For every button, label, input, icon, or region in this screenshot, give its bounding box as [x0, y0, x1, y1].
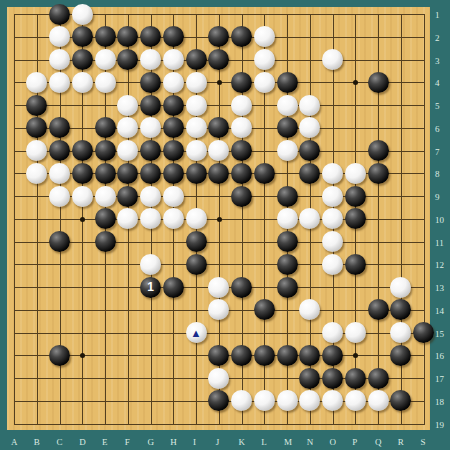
black-stone[interactable] — [140, 95, 161, 116]
white-stone[interactable] — [72, 4, 93, 25]
black-stone[interactable] — [345, 208, 366, 229]
white-stone[interactable] — [322, 186, 343, 207]
white-stone[interactable] — [186, 208, 207, 229]
star-point — [80, 217, 85, 222]
black-stone[interactable] — [277, 345, 298, 366]
row-label: 8 — [435, 169, 440, 179]
white-stone[interactable] — [254, 26, 275, 47]
black-stone[interactable] — [186, 49, 207, 70]
black-stone[interactable] — [254, 163, 275, 184]
black-stone[interactable] — [345, 254, 366, 275]
white-stone[interactable] — [322, 231, 343, 252]
white-stone[interactable] — [163, 49, 184, 70]
row-label: 6 — [435, 124, 440, 134]
white-stone[interactable] — [322, 254, 343, 275]
white-stone[interactable] — [26, 163, 47, 184]
black-stone[interactable] — [254, 299, 275, 320]
black-stone[interactable] — [163, 26, 184, 47]
row-label: 15 — [435, 329, 444, 339]
white-stone[interactable] — [368, 390, 389, 411]
black-stone[interactable] — [72, 26, 93, 47]
white-stone[interactable] — [163, 208, 184, 229]
black-stone[interactable] — [163, 140, 184, 161]
black-stone[interactable] — [231, 277, 252, 298]
white-stone[interactable] — [186, 140, 207, 161]
column-label: Q — [375, 437, 382, 447]
column-label: K — [239, 437, 246, 447]
column-label: L — [261, 437, 267, 447]
white-stone[interactable] — [163, 186, 184, 207]
black-stone[interactable] — [390, 345, 411, 366]
black-stone[interactable] — [368, 72, 389, 93]
white-stone[interactable] — [277, 95, 298, 116]
grid-line-horizontal — [14, 424, 425, 425]
black-stone[interactable] — [322, 368, 343, 389]
black-stone[interactable] — [277, 72, 298, 93]
black-stone[interactable] — [163, 277, 184, 298]
black-stone[interactable] — [208, 345, 229, 366]
row-label: 12 — [435, 260, 444, 270]
row-label: 4 — [435, 78, 440, 88]
white-stone[interactable] — [140, 186, 161, 207]
white-stone[interactable] — [95, 186, 116, 207]
star-point — [217, 80, 222, 85]
white-stone[interactable] — [49, 186, 70, 207]
white-stone[interactable] — [299, 95, 320, 116]
black-stone[interactable] — [208, 163, 229, 184]
column-label: G — [148, 437, 155, 447]
row-label: 9 — [435, 192, 440, 202]
black-stone[interactable] — [186, 254, 207, 275]
black-stone[interactable] — [26, 95, 47, 116]
white-stone[interactable] — [26, 72, 47, 93]
column-label: I — [193, 437, 196, 447]
white-stone[interactable] — [140, 254, 161, 275]
triangle-marker-icon: ▲ — [186, 322, 207, 343]
black-stone[interactable] — [277, 277, 298, 298]
column-label: C — [57, 437, 63, 447]
row-label: 5 — [435, 101, 440, 111]
white-stone[interactable] — [95, 49, 116, 70]
black-stone[interactable] — [95, 231, 116, 252]
column-label: A — [11, 437, 18, 447]
black-stone[interactable] — [368, 140, 389, 161]
row-label: 11 — [435, 238, 444, 248]
go-app-window: 1▲ABCDEFGHIJKLMNOPQRS1234567891011121314… — [0, 0, 450, 450]
move-number-label: 1 — [140, 277, 161, 298]
white-stone[interactable] — [208, 368, 229, 389]
black-stone[interactable] — [299, 345, 320, 366]
white-stone[interactable] — [72, 186, 93, 207]
row-label: 19 — [435, 420, 444, 430]
black-stone[interactable] — [322, 345, 343, 366]
row-label: 7 — [435, 147, 440, 157]
white-stone[interactable] — [72, 72, 93, 93]
column-label: N — [307, 437, 314, 447]
column-label: P — [352, 437, 357, 447]
black-stone[interactable] — [163, 95, 184, 116]
black-stone[interactable] — [345, 186, 366, 207]
black-stone[interactable] — [413, 322, 434, 343]
black-stone[interactable] — [368, 299, 389, 320]
column-label: D — [79, 437, 86, 447]
black-stone[interactable] — [117, 186, 138, 207]
black-stone[interactable] — [95, 26, 116, 47]
black-stone[interactable] — [368, 163, 389, 184]
black-stone[interactable] — [72, 163, 93, 184]
white-stone[interactable] — [186, 117, 207, 138]
column-label: E — [102, 437, 108, 447]
black-stone[interactable] — [299, 163, 320, 184]
row-label: 16 — [435, 351, 444, 361]
black-stone[interactable] — [186, 231, 207, 252]
black-stone[interactable] — [49, 140, 70, 161]
column-label: M — [284, 437, 292, 447]
white-stone[interactable] — [254, 390, 275, 411]
white-stone[interactable] — [345, 390, 366, 411]
white-stone[interactable] — [277, 390, 298, 411]
row-label: 2 — [435, 33, 440, 43]
black-stone[interactable] — [95, 208, 116, 229]
black-stone[interactable] — [95, 117, 116, 138]
white-stone[interactable] — [186, 72, 207, 93]
row-label: 13 — [435, 283, 444, 293]
column-label: B — [34, 437, 40, 447]
black-stone[interactable] — [231, 186, 252, 207]
white-stone[interactable] — [390, 277, 411, 298]
white-stone[interactable] — [277, 208, 298, 229]
white-stone[interactable] — [231, 95, 252, 116]
star-point — [217, 217, 222, 222]
black-stone[interactable] — [95, 163, 116, 184]
black-stone[interactable] — [299, 368, 320, 389]
white-stone[interactable] — [140, 49, 161, 70]
black-stone[interactable] — [231, 345, 252, 366]
white-stone[interactable] — [117, 95, 138, 116]
column-label: J — [216, 437, 220, 447]
black-stone[interactable] — [277, 254, 298, 275]
column-label: O — [330, 437, 337, 447]
black-stone[interactable] — [72, 140, 93, 161]
black-stone[interactable] — [163, 163, 184, 184]
column-label: F — [125, 437, 130, 447]
white-stone[interactable] — [254, 72, 275, 93]
black-stone[interactable] — [231, 163, 252, 184]
black-stone[interactable] — [49, 4, 70, 25]
black-stone[interactable] — [368, 368, 389, 389]
black-stone[interactable] — [186, 163, 207, 184]
white-stone[interactable] — [322, 322, 343, 343]
black-stone[interactable] — [345, 368, 366, 389]
black-stone[interactable] — [49, 231, 70, 252]
black-stone[interactable] — [140, 140, 161, 161]
white-stone[interactable]: ▲ — [186, 322, 207, 343]
white-stone[interactable] — [49, 49, 70, 70]
black-stone[interactable] — [277, 117, 298, 138]
row-label: 1 — [435, 10, 440, 20]
black-stone[interactable] — [140, 72, 161, 93]
black-stone[interactable] — [254, 345, 275, 366]
grid-line-horizontal — [14, 242, 425, 243]
grid-line-vertical — [424, 14, 425, 425]
white-stone[interactable] — [163, 72, 184, 93]
black-stone[interactable] — [231, 140, 252, 161]
white-stone[interactable] — [186, 95, 207, 116]
row-label: 17 — [435, 374, 444, 384]
row-label: 18 — [435, 397, 444, 407]
black-stone[interactable]: 1 — [140, 277, 161, 298]
black-stone[interactable] — [277, 231, 298, 252]
column-label: S — [421, 437, 426, 447]
black-stone[interactable] — [140, 163, 161, 184]
white-stone[interactable] — [345, 322, 366, 343]
white-stone[interactable] — [95, 72, 116, 93]
black-stone[interactable] — [72, 49, 93, 70]
row-label: 10 — [435, 215, 444, 225]
white-stone[interactable] — [49, 163, 70, 184]
white-stone[interactable] — [254, 49, 275, 70]
black-stone[interactable] — [163, 117, 184, 138]
white-stone[interactable] — [208, 277, 229, 298]
column-label: H — [170, 437, 177, 447]
black-stone[interactable] — [117, 163, 138, 184]
white-stone[interactable] — [322, 49, 343, 70]
white-stone[interactable] — [49, 72, 70, 93]
white-stone[interactable] — [277, 140, 298, 161]
black-stone[interactable] — [231, 72, 252, 93]
row-label: 14 — [435, 306, 444, 316]
white-stone[interactable] — [322, 163, 343, 184]
column-label: R — [398, 437, 404, 447]
row-label: 3 — [435, 56, 440, 66]
white-stone[interactable] — [345, 163, 366, 184]
black-stone[interactable] — [49, 345, 70, 366]
black-stone[interactable] — [277, 186, 298, 207]
black-stone[interactable] — [95, 140, 116, 161]
